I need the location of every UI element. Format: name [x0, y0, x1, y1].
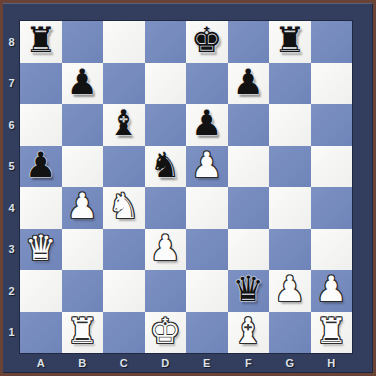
square-a3[interactable]: ♛ — [20, 229, 62, 271]
rank-label-4: 4 — [3, 187, 20, 229]
square-a6[interactable] — [20, 104, 62, 146]
piece-white-rook-h1[interactable]: ♜ — [316, 312, 347, 352]
piece-white-pawn-b4[interactable]: ♟ — [67, 187, 98, 227]
square-h5[interactable] — [311, 146, 353, 188]
square-d6[interactable] — [145, 104, 187, 146]
square-f1[interactable]: ♝ — [228, 312, 270, 354]
square-c5[interactable] — [103, 146, 145, 188]
square-c8[interactable] — [103, 21, 145, 63]
square-g7[interactable] — [269, 63, 311, 105]
square-b6[interactable] — [62, 104, 104, 146]
rank-label-7: 7 — [3, 63, 20, 105]
square-a7[interactable] — [20, 63, 62, 105]
rank-label-6: 6 — [3, 104, 20, 146]
piece-black-knight-d5[interactable]: ♞ — [150, 146, 181, 186]
square-f2[interactable]: ♛ — [228, 270, 270, 312]
rank-labels: 87654321 — [3, 21, 20, 353]
square-d4[interactable] — [145, 187, 187, 229]
square-f4[interactable] — [228, 187, 270, 229]
square-d8[interactable] — [145, 21, 187, 63]
square-a8[interactable]: ♜ — [20, 21, 62, 63]
square-a5[interactable]: ♟ — [20, 146, 62, 188]
square-d7[interactable] — [145, 63, 187, 105]
rank-label-5: 5 — [3, 146, 20, 188]
file-labels: ABCDEFGH — [20, 353, 352, 373]
square-c3[interactable] — [103, 229, 145, 271]
piece-black-pawn-e6[interactable]: ♟ — [191, 104, 222, 144]
square-b2[interactable] — [62, 270, 104, 312]
rank-label-1: 1 — [3, 312, 20, 354]
square-f5[interactable] — [228, 146, 270, 188]
square-f7[interactable]: ♟ — [228, 63, 270, 105]
file-label-b: B — [62, 353, 104, 373]
square-e8[interactable]: ♚ — [186, 21, 228, 63]
square-e4[interactable] — [186, 187, 228, 229]
file-label-e: E — [186, 353, 228, 373]
square-h8[interactable] — [311, 21, 353, 63]
square-h2[interactable]: ♟ — [311, 270, 353, 312]
file-label-d: D — [145, 353, 187, 373]
square-a4[interactable] — [20, 187, 62, 229]
square-g6[interactable] — [269, 104, 311, 146]
square-h3[interactable] — [311, 229, 353, 271]
square-a2[interactable] — [20, 270, 62, 312]
square-c2[interactable] — [103, 270, 145, 312]
file-label-g: G — [269, 353, 311, 373]
square-g1[interactable] — [269, 312, 311, 354]
square-e1[interactable] — [186, 312, 228, 354]
square-h6[interactable] — [311, 104, 353, 146]
square-g2[interactable]: ♟ — [269, 270, 311, 312]
square-e2[interactable] — [186, 270, 228, 312]
file-label-c: C — [103, 353, 145, 373]
piece-black-rook-g8[interactable]: ♜ — [274, 21, 305, 61]
piece-white-king-d1[interactable]: ♚ — [150, 312, 181, 352]
square-b5[interactable] — [62, 146, 104, 188]
piece-white-pawn-g2[interactable]: ♟ — [274, 270, 305, 310]
chess-board-panel: 87654321 ♜♚♜♟♟♝♟♟♞♟♟♞♛♟♛♟♟♜♚♝♜ ABCDEFGH — [0, 0, 376, 376]
piece-white-pawn-h2[interactable]: ♟ — [316, 270, 347, 310]
piece-black-pawn-b7[interactable]: ♟ — [67, 63, 98, 103]
piece-white-bishop-f1[interactable]: ♝ — [233, 312, 264, 352]
piece-black-king-e8[interactable]: ♚ — [191, 21, 222, 61]
piece-white-pawn-e5[interactable]: ♟ — [191, 146, 222, 186]
square-g4[interactable] — [269, 187, 311, 229]
piece-black-bishop-c6[interactable]: ♝ — [108, 104, 139, 144]
chess-board[interactable]: ♜♚♜♟♟♝♟♟♞♟♟♞♛♟♛♟♟♜♚♝♜ — [20, 21, 352, 353]
square-c7[interactable] — [103, 63, 145, 105]
square-b8[interactable] — [62, 21, 104, 63]
file-label-f: F — [228, 353, 270, 373]
square-f3[interactable] — [228, 229, 270, 271]
square-g5[interactable] — [269, 146, 311, 188]
piece-black-rook-a8[interactable]: ♜ — [25, 21, 56, 61]
square-f6[interactable] — [228, 104, 270, 146]
square-e7[interactable] — [186, 63, 228, 105]
square-b7[interactable]: ♟ — [62, 63, 104, 105]
square-e3[interactable] — [186, 229, 228, 271]
square-c1[interactable] — [103, 312, 145, 354]
square-e6[interactable]: ♟ — [186, 104, 228, 146]
square-c6[interactable]: ♝ — [103, 104, 145, 146]
square-d3[interactable]: ♟ — [145, 229, 187, 271]
file-label-h: H — [311, 353, 353, 373]
square-a1[interactable] — [20, 312, 62, 354]
square-d2[interactable] — [145, 270, 187, 312]
square-h1[interactable]: ♜ — [311, 312, 353, 354]
rank-label-2: 2 — [3, 270, 20, 312]
piece-black-queen-f2[interactable]: ♛ — [233, 270, 264, 310]
square-c4[interactable]: ♞ — [103, 187, 145, 229]
square-b1[interactable]: ♜ — [62, 312, 104, 354]
square-g3[interactable] — [269, 229, 311, 271]
square-d1[interactable]: ♚ — [145, 312, 187, 354]
square-h7[interactable] — [311, 63, 353, 105]
piece-white-rook-b1[interactable]: ♜ — [67, 312, 98, 352]
piece-white-knight-c4[interactable]: ♞ — [108, 187, 139, 227]
piece-white-pawn-d3[interactable]: ♟ — [150, 229, 181, 269]
square-g8[interactable]: ♜ — [269, 21, 311, 63]
rank-label-8: 8 — [3, 21, 20, 63]
piece-white-queen-a3[interactable]: ♛ — [25, 229, 56, 269]
rank-label-3: 3 — [3, 229, 20, 271]
square-d5[interactable]: ♞ — [145, 146, 187, 188]
square-b4[interactable]: ♟ — [62, 187, 104, 229]
square-h4[interactable] — [311, 187, 353, 229]
piece-black-pawn-a5[interactable]: ♟ — [25, 146, 56, 186]
square-e5[interactable]: ♟ — [186, 146, 228, 188]
square-b3[interactable] — [62, 229, 104, 271]
piece-black-pawn-f7[interactable]: ♟ — [233, 63, 264, 103]
file-label-a: A — [20, 353, 62, 373]
square-f8[interactable] — [228, 21, 270, 63]
